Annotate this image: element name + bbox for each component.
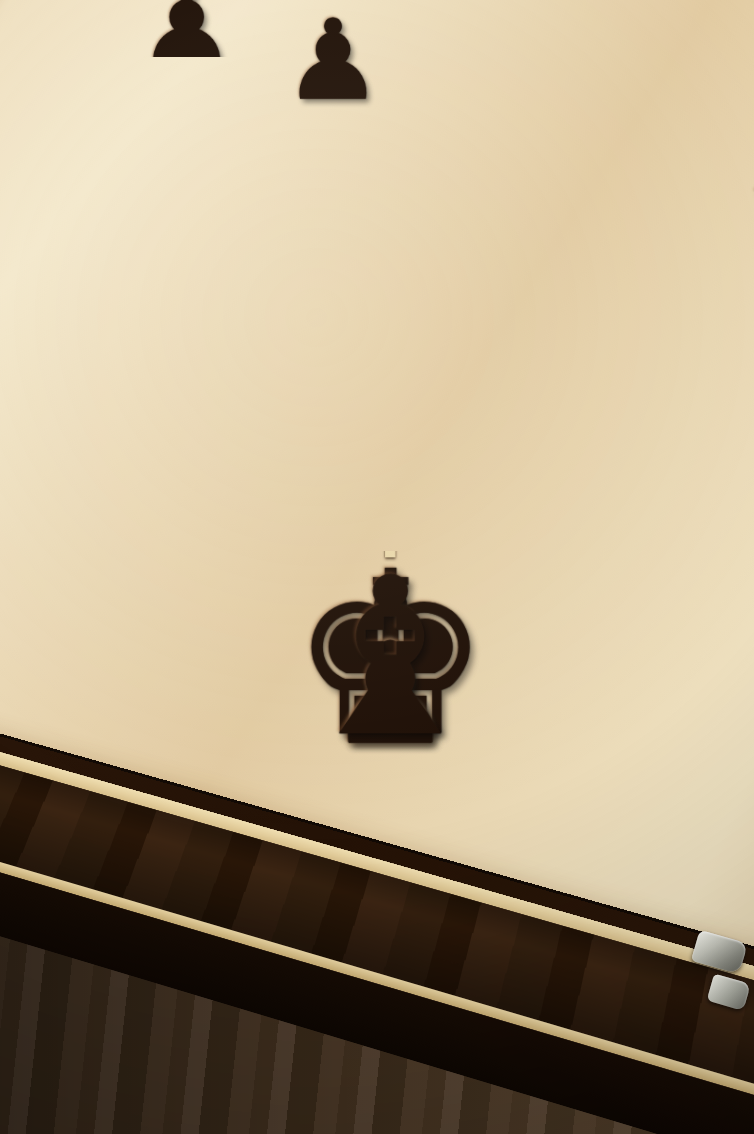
black-bishop-piece: ♝ (715, 45, 754, 212)
file-label-f: F (288, 156, 327, 196)
chess-board: ❁❁❁❁❁❁♟❁♟❁❁❁❁❁❁❁❁❁❁❁❁❁❁❁❁❁❁♟♟❁♟♟❁♟❁❁❁♝♚✚… (0, 0, 754, 1134)
file-label-e: E (443, 190, 481, 231)
black-pawn-piece: ♟ (326, 627, 454, 759)
file-label-g: G (135, 122, 180, 162)
file-label-d: D (599, 224, 641, 268)
file-label-h: H (0, 90, 35, 129)
king-cross-finial: ✚ (368, 513, 412, 566)
board-perspective: ❁❁❁❁❁❁♟❁♟❁❁❁❁❁❁❁❁❁❁❁❁❁❁❁❁❁❁♟♟❁♟♟❁♟❁❁❁♝♚✚… (0, 0, 754, 1134)
black-king-piece: ♚✚ (289, 551, 492, 759)
white-pawn-piece: ♟ (327, 629, 454, 759)
black-pawn-piece: ♟ (0, 0, 92, 48)
photo-scene: ❁❁❁❁❁❁♟❁♟❁❁❁❁❁❁❁❁❁❁❁❁❁❁❁❁❁❁♟♟❁♟♟❁♟❁❁❁♝♚✚… (0, 0, 754, 1134)
black-pawn-piece: ♟ (327, 629, 454, 759)
black-pawn-piece: ♟ (136, 0, 236, 79)
black-bishop-piece: ♝ (292, 558, 488, 759)
black-pawn-piece: ♟ (283, 9, 383, 112)
clasp-plate (707, 974, 751, 1011)
